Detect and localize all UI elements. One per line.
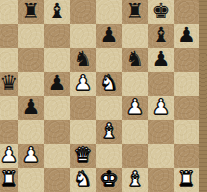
square-g5[interactable] bbox=[148, 72, 174, 96]
square-e6[interactable] bbox=[96, 48, 122, 72]
piece-black-bishop-g7[interactable]: ♝ bbox=[152, 23, 171, 47]
square-g7[interactable]: ♝ bbox=[148, 24, 174, 48]
square-c2[interactable] bbox=[44, 144, 70, 168]
piece-black-queen-a5[interactable]: ♛ bbox=[0, 71, 18, 95]
square-d5[interactable]: ♟ bbox=[70, 72, 96, 96]
square-e7[interactable]: ♟ bbox=[96, 24, 122, 48]
square-f2[interactable] bbox=[122, 144, 148, 168]
square-f6[interactable]: ♞ bbox=[122, 48, 148, 72]
square-e2[interactable] bbox=[96, 144, 122, 168]
square-b8[interactable]: ♜ bbox=[18, 0, 44, 24]
square-h1[interactable]: ♜ bbox=[174, 168, 199, 192]
square-a2[interactable]: ♟ bbox=[0, 144, 18, 168]
square-c7[interactable] bbox=[44, 24, 70, 48]
square-a7[interactable] bbox=[0, 24, 18, 48]
square-c6[interactable] bbox=[44, 48, 70, 72]
piece-black-king-g8[interactable]: ♚ bbox=[152, 0, 171, 23]
square-d7[interactable] bbox=[70, 24, 96, 48]
square-c1[interactable] bbox=[44, 168, 70, 192]
square-h4[interactable] bbox=[174, 96, 199, 120]
square-d8[interactable] bbox=[70, 0, 96, 24]
square-h5[interactable] bbox=[174, 72, 199, 96]
piece-black-pawn-e7[interactable]: ♟ bbox=[100, 23, 119, 47]
square-a4[interactable] bbox=[0, 96, 18, 120]
square-f8[interactable]: ♜ bbox=[122, 0, 148, 24]
square-d1[interactable]: ♞ bbox=[70, 168, 96, 192]
square-h8[interactable] bbox=[174, 0, 199, 24]
square-a5[interactable]: ♛ bbox=[0, 72, 18, 96]
chess-board-grid: ♜♝♜♚♟♝♟♞♞♟♛♟♟♞♟♟♟♝♟♟♛♜♞♚♝♜ bbox=[0, 0, 199, 192]
square-f7[interactable] bbox=[122, 24, 148, 48]
square-f5[interactable] bbox=[122, 72, 148, 96]
piece-black-knight-f6[interactable]: ♞ bbox=[126, 47, 145, 71]
square-d6[interactable]: ♞ bbox=[70, 48, 96, 72]
square-g1[interactable] bbox=[148, 168, 174, 192]
piece-white-knight-d1[interactable]: ♞ bbox=[74, 167, 93, 191]
square-g8[interactable]: ♚ bbox=[148, 0, 174, 24]
piece-white-bishop-f1[interactable]: ♝ bbox=[126, 167, 145, 191]
piece-black-rook-b8[interactable]: ♜ bbox=[22, 0, 41, 23]
square-g6[interactable]: ♟ bbox=[148, 48, 174, 72]
square-h3[interactable] bbox=[174, 120, 199, 144]
piece-white-bishop-e3[interactable]: ♝ bbox=[100, 119, 119, 143]
square-d2[interactable]: ♛ bbox=[70, 144, 96, 168]
square-b4[interactable]: ♟ bbox=[18, 96, 44, 120]
square-e1[interactable]: ♚ bbox=[96, 168, 122, 192]
square-b1[interactable] bbox=[18, 168, 44, 192]
square-c5[interactable]: ♟ bbox=[44, 72, 70, 96]
square-e8[interactable] bbox=[96, 0, 122, 24]
piece-white-pawn-g4[interactable]: ♟ bbox=[152, 95, 171, 119]
square-a6[interactable] bbox=[0, 48, 18, 72]
piece-black-bishop-c8[interactable]: ♝ bbox=[48, 0, 67, 23]
chess-board: ♜♝♜♚♟♝♟♞♞♟♛♟♟♞♟♟♟♝♟♟♛♜♞♚♝♜ bbox=[0, 0, 207, 192]
piece-white-pawn-a2[interactable]: ♟ bbox=[0, 143, 18, 167]
square-b2[interactable]: ♟ bbox=[18, 144, 44, 168]
square-h2[interactable] bbox=[174, 144, 199, 168]
piece-white-knight-e5[interactable]: ♞ bbox=[100, 71, 119, 95]
piece-black-rook-f8[interactable]: ♜ bbox=[126, 0, 145, 23]
piece-white-pawn-f4[interactable]: ♟ bbox=[126, 95, 145, 119]
square-c8[interactable]: ♝ bbox=[44, 0, 70, 24]
square-d3[interactable] bbox=[70, 120, 96, 144]
piece-white-pawn-d5[interactable]: ♟ bbox=[74, 71, 93, 95]
square-g4[interactable]: ♟ bbox=[148, 96, 174, 120]
square-d4[interactable] bbox=[70, 96, 96, 120]
square-e5[interactable]: ♞ bbox=[96, 72, 122, 96]
square-b7[interactable] bbox=[18, 24, 44, 48]
square-c4[interactable] bbox=[44, 96, 70, 120]
square-f1[interactable]: ♝ bbox=[122, 168, 148, 192]
piece-black-pawn-c5[interactable]: ♟ bbox=[48, 71, 67, 95]
square-h7[interactable]: ♟ bbox=[174, 24, 199, 48]
piece-black-pawn-g6[interactable]: ♟ bbox=[152, 47, 171, 71]
square-h6[interactable] bbox=[174, 48, 199, 72]
square-g2[interactable] bbox=[148, 144, 174, 168]
piece-black-pawn-b4[interactable]: ♟ bbox=[22, 95, 41, 119]
square-b6[interactable] bbox=[18, 48, 44, 72]
square-f3[interactable] bbox=[122, 120, 148, 144]
board-right-border bbox=[199, 0, 207, 192]
square-c3[interactable] bbox=[44, 120, 70, 144]
piece-white-queen-d2[interactable]: ♛ bbox=[74, 143, 93, 167]
piece-white-rook-h1[interactable]: ♜ bbox=[177, 167, 196, 191]
square-b5[interactable] bbox=[18, 72, 44, 96]
square-e3[interactable]: ♝ bbox=[96, 120, 122, 144]
square-a3[interactable] bbox=[0, 120, 18, 144]
piece-white-pawn-b2[interactable]: ♟ bbox=[22, 143, 41, 167]
square-a1[interactable]: ♜ bbox=[0, 168, 18, 192]
square-g3[interactable] bbox=[148, 120, 174, 144]
piece-white-rook-a1[interactable]: ♜ bbox=[0, 167, 18, 191]
square-e4[interactable] bbox=[96, 96, 122, 120]
square-b3[interactable] bbox=[18, 120, 44, 144]
piece-black-knight-d6[interactable]: ♞ bbox=[74, 47, 93, 71]
square-f4[interactable]: ♟ bbox=[122, 96, 148, 120]
piece-black-pawn-h7[interactable]: ♟ bbox=[177, 23, 196, 47]
piece-white-king-e1[interactable]: ♚ bbox=[100, 167, 119, 191]
square-a8[interactable] bbox=[0, 0, 18, 24]
